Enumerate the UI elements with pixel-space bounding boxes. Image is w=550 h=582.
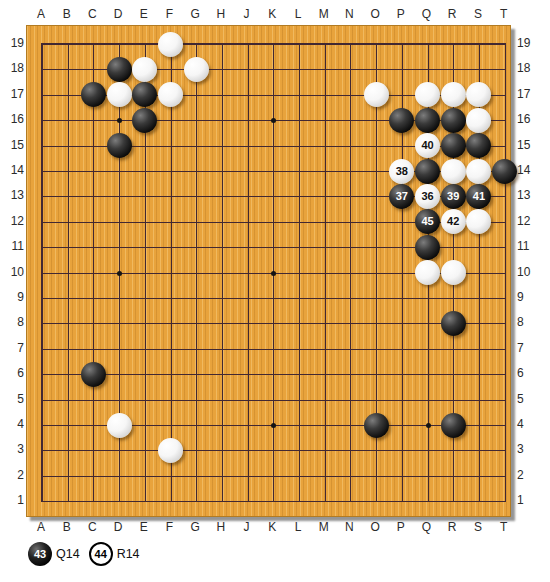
stone-white-g18 — [184, 57, 209, 82]
column-label-top-d: D — [108, 7, 128, 21]
stone-white-s17 — [466, 82, 491, 107]
column-label-bottom-j: J — [237, 520, 257, 534]
row-label-right-13: 13 — [517, 188, 543, 202]
row-label-right-15: 15 — [517, 138, 543, 152]
column-label-bottom-r: R — [442, 520, 462, 534]
star-point — [426, 423, 431, 428]
row-label-right-7: 7 — [517, 341, 543, 355]
stone-black-s15 — [466, 133, 491, 158]
row-label-right-2: 2 — [517, 468, 543, 482]
grid-line — [42, 476, 506, 477]
column-label-bottom-p: P — [391, 520, 411, 534]
column-label-top-j: J — [237, 7, 257, 21]
stone-white-o17 — [364, 82, 389, 107]
column-label-top-c: C — [82, 7, 102, 21]
column-label-bottom-h: H — [211, 520, 231, 534]
star-point — [271, 423, 276, 428]
stone-white-s12 — [466, 209, 491, 234]
star-point — [117, 271, 122, 276]
stone-white-r17 — [441, 82, 466, 107]
stone-black-e17 — [132, 82, 157, 107]
caption-move-43-stone: 43 — [28, 542, 52, 566]
row-label-right-10: 10 — [517, 265, 543, 279]
column-label-top-e: E — [134, 7, 154, 21]
stone-black-c17 — [81, 82, 106, 107]
grid-line — [505, 44, 506, 502]
row-label-right-6: 6 — [517, 366, 543, 380]
grid-line — [42, 323, 506, 324]
stone-black-d18 — [107, 57, 132, 82]
column-label-top-m: M — [314, 7, 334, 21]
grid-line — [42, 374, 506, 375]
column-label-bottom-k: K — [262, 520, 282, 534]
stone-black-r8 — [441, 311, 466, 336]
row-label-right-5: 5 — [517, 392, 543, 406]
row-label-right-18: 18 — [517, 61, 543, 75]
stone-white-f3 — [158, 438, 183, 463]
row-label-right-12: 12 — [517, 214, 543, 228]
row-label-left-3: 3 — [2, 442, 24, 456]
stone-black-e16 — [132, 108, 157, 133]
stone-white-d17 — [107, 82, 132, 107]
row-label-left-6: 6 — [2, 366, 24, 380]
stone-black-d15 — [107, 133, 132, 158]
star-point — [117, 118, 122, 123]
star-point — [271, 118, 276, 123]
row-label-left-10: 10 — [2, 265, 24, 279]
stone-white-q17 — [415, 82, 440, 107]
grid-line — [42, 298, 506, 299]
stone-black-q12-move-45: 45 — [415, 209, 440, 234]
column-label-top-p: P — [391, 7, 411, 21]
row-label-left-13: 13 — [2, 188, 24, 202]
row-label-left-4: 4 — [2, 417, 24, 431]
row-label-right-4: 4 — [517, 417, 543, 431]
stone-black-c6 — [81, 362, 106, 387]
column-label-top-o: O — [365, 7, 385, 21]
stone-white-e18 — [132, 57, 157, 82]
column-label-top-k: K — [262, 7, 282, 21]
column-label-bottom-a: A — [31, 520, 51, 534]
row-label-left-5: 5 — [2, 392, 24, 406]
column-label-bottom-b: B — [57, 520, 77, 534]
stone-white-r10 — [441, 260, 466, 285]
star-point — [271, 271, 276, 276]
row-label-right-17: 17 — [517, 87, 543, 101]
grid-line — [325, 44, 326, 502]
row-label-right-14: 14 — [517, 163, 543, 177]
column-label-bottom-f: F — [160, 520, 180, 534]
column-label-top-q: Q — [417, 7, 437, 21]
go-diagram-page: 4038373639414542 43 Q14 44 R14 AABBCCDDE… — [0, 0, 550, 582]
column-label-top-r: R — [442, 7, 462, 21]
stone-white-q10 — [415, 260, 440, 285]
row-label-right-8: 8 — [517, 315, 543, 329]
grid-line — [299, 44, 300, 502]
row-label-right-1: 1 — [517, 493, 543, 507]
stone-black-o4 — [364, 413, 389, 438]
column-label-top-h: H — [211, 7, 231, 21]
column-label-bottom-m: M — [314, 520, 334, 534]
column-label-bottom-n: N — [339, 520, 359, 534]
row-label-left-18: 18 — [2, 61, 24, 75]
grid-line — [42, 400, 506, 401]
stone-white-p14-move-38: 38 — [389, 159, 414, 184]
go-board[interactable]: 4038373639414542 — [26, 25, 511, 517]
column-label-top-a: A — [31, 7, 51, 21]
row-label-left-14: 14 — [2, 163, 24, 177]
column-label-bottom-l: L — [288, 520, 308, 534]
grid-line — [42, 349, 506, 350]
caption: 43 Q14 44 R14 — [28, 542, 145, 566]
stone-black-r15 — [441, 133, 466, 158]
row-label-left-1: 1 — [2, 493, 24, 507]
row-label-left-7: 7 — [2, 341, 24, 355]
column-label-bottom-d: D — [108, 520, 128, 534]
stone-white-d4 — [107, 413, 132, 438]
caption-move-43-point: Q14 — [56, 547, 80, 561]
column-label-top-n: N — [339, 7, 359, 21]
stone-black-r13-move-39: 39 — [441, 184, 466, 209]
row-label-left-19: 19 — [2, 36, 24, 50]
stone-white-q13-move-36: 36 — [415, 184, 440, 209]
stone-white-s16 — [466, 108, 491, 133]
stone-black-p13-move-37: 37 — [389, 184, 414, 209]
row-label-left-12: 12 — [2, 214, 24, 228]
row-label-left-15: 15 — [2, 138, 24, 152]
column-label-bottom-e: E — [134, 520, 154, 534]
row-label-left-11: 11 — [2, 239, 24, 253]
row-label-right-11: 11 — [517, 239, 543, 253]
column-label-top-g: G — [185, 7, 205, 21]
stone-white-s14 — [466, 159, 491, 184]
stone-white-r12-move-42: 42 — [441, 209, 466, 234]
row-label-left-2: 2 — [2, 468, 24, 482]
stone-black-r4 — [441, 413, 466, 438]
column-label-top-l: L — [288, 7, 308, 21]
row-label-left-17: 17 — [2, 87, 24, 101]
stone-black-t14 — [492, 159, 517, 184]
column-label-top-t: T — [494, 7, 514, 21]
caption-move-44-stone: 44 — [89, 542, 113, 566]
stone-black-q16 — [415, 108, 440, 133]
column-label-bottom-t: T — [494, 520, 514, 534]
column-label-bottom-s: S — [468, 520, 488, 534]
stone-white-f17 — [158, 82, 183, 107]
column-label-top-s: S — [468, 7, 488, 21]
column-label-bottom-c: C — [82, 520, 102, 534]
row-label-right-16: 16 — [517, 112, 543, 126]
caption-move-44-point: R14 — [117, 547, 140, 561]
grid-line — [350, 44, 351, 502]
row-label-right-9: 9 — [517, 290, 543, 304]
row-label-left-16: 16 — [2, 112, 24, 126]
stone-black-q14 — [415, 159, 440, 184]
row-label-left-8: 8 — [2, 315, 24, 329]
row-label-right-19: 19 — [517, 36, 543, 50]
stone-black-r16 — [441, 108, 466, 133]
column-label-bottom-q: Q — [417, 520, 437, 534]
stone-black-q11 — [415, 235, 440, 260]
stone-white-q15-move-40: 40 — [415, 133, 440, 158]
stone-black-p16 — [389, 108, 414, 133]
grid-line — [42, 501, 506, 502]
stone-black-s13-move-41: 41 — [466, 184, 491, 209]
column-label-top-b: B — [57, 7, 77, 21]
stone-white-f19 — [158, 32, 183, 57]
stone-white-r14 — [441, 159, 466, 184]
row-label-right-3: 3 — [517, 442, 543, 456]
column-label-top-f: F — [160, 7, 180, 21]
column-label-bottom-o: O — [365, 520, 385, 534]
column-label-bottom-g: G — [185, 520, 205, 534]
row-label-left-9: 9 — [2, 290, 24, 304]
grid-line — [42, 450, 506, 451]
